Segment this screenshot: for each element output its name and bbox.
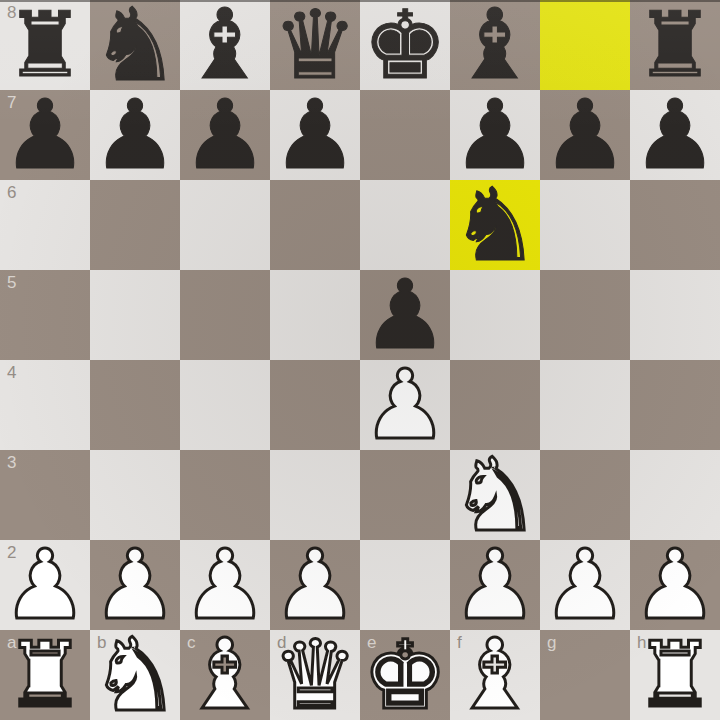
square-f6[interactable]: ♞: [450, 180, 540, 270]
square-a5[interactable]: 5: [0, 270, 90, 360]
piece-white-knight[interactable]: ♞: [450, 450, 540, 540]
piece-black-pawn[interactable]: ♟: [630, 90, 720, 180]
file-label-b: b: [97, 634, 106, 651]
square-c4[interactable]: [180, 360, 270, 450]
square-g6[interactable]: [540, 180, 630, 270]
rank-label-8: 8: [7, 4, 16, 21]
chess-board-wrap: 8♜♞♝♛♚♝♜7♟♟♟♟♟♟♟6♞5♟4♟3♞2♟♟♟♟♟♟♟a♜b♞c♝d♛…: [0, 0, 720, 720]
square-g5[interactable]: [540, 270, 630, 360]
square-g1[interactable]: g: [540, 630, 630, 720]
piece-black-pawn[interactable]: ♟: [360, 270, 450, 360]
piece-white-pawn[interactable]: ♟: [450, 540, 540, 630]
square-c7[interactable]: ♟: [180, 90, 270, 180]
chess-board: 8♜♞♝♛♚♝♜7♟♟♟♟♟♟♟6♞5♟4♟3♞2♟♟♟♟♟♟♟a♜b♞c♝d♛…: [0, 0, 720, 720]
piece-black-king[interactable]: ♚: [360, 0, 450, 90]
square-a4[interactable]: 4: [0, 360, 90, 450]
square-b8[interactable]: ♞: [90, 0, 180, 90]
square-b6[interactable]: [90, 180, 180, 270]
square-e6[interactable]: [360, 180, 450, 270]
square-h2[interactable]: ♟: [630, 540, 720, 630]
square-g7[interactable]: ♟: [540, 90, 630, 180]
square-f1[interactable]: f♝: [450, 630, 540, 720]
piece-white-pawn[interactable]: ♟: [540, 540, 630, 630]
square-h4[interactable]: [630, 360, 720, 450]
piece-black-queen[interactable]: ♛: [270, 0, 360, 90]
rank-label-6: 6: [7, 184, 16, 201]
square-d2[interactable]: ♟: [270, 540, 360, 630]
piece-black-bishop[interactable]: ♝: [450, 0, 540, 90]
square-h6[interactable]: [630, 180, 720, 270]
piece-black-knight[interactable]: ♞: [450, 180, 540, 270]
square-a8[interactable]: 8♜: [0, 0, 90, 90]
file-label-f: f: [457, 634, 462, 651]
rank-label-5: 5: [7, 274, 16, 291]
square-c1[interactable]: c♝: [180, 630, 270, 720]
piece-black-bishop[interactable]: ♝: [180, 0, 270, 90]
square-a7[interactable]: 7♟: [0, 90, 90, 180]
rank-label-7: 7: [7, 94, 16, 111]
square-e1[interactable]: e♚: [360, 630, 450, 720]
rank-label-4: 4: [7, 364, 16, 381]
square-c5[interactable]: [180, 270, 270, 360]
square-e3[interactable]: [360, 450, 450, 540]
square-h3[interactable]: [630, 450, 720, 540]
square-a6[interactable]: 6: [0, 180, 90, 270]
square-b5[interactable]: [90, 270, 180, 360]
piece-white-pawn[interactable]: ♟: [270, 540, 360, 630]
square-e2[interactable]: [360, 540, 450, 630]
square-d1[interactable]: d♛: [270, 630, 360, 720]
piece-white-pawn[interactable]: ♟: [360, 360, 450, 450]
square-h8[interactable]: ♜: [630, 0, 720, 90]
square-f2[interactable]: ♟: [450, 540, 540, 630]
file-label-h: h: [637, 634, 646, 651]
file-label-g: g: [547, 634, 556, 651]
square-f8[interactable]: ♝: [450, 0, 540, 90]
square-h1[interactable]: h♜: [630, 630, 720, 720]
rank-label-2: 2: [7, 544, 16, 561]
square-d8[interactable]: ♛: [270, 0, 360, 90]
square-c8[interactable]: ♝: [180, 0, 270, 90]
square-d5[interactable]: [270, 270, 360, 360]
file-label-e: e: [367, 634, 376, 651]
square-c3[interactable]: [180, 450, 270, 540]
square-a2[interactable]: 2♟: [0, 540, 90, 630]
square-b3[interactable]: [90, 450, 180, 540]
square-d7[interactable]: ♟: [270, 90, 360, 180]
piece-black-knight[interactable]: ♞: [90, 0, 180, 90]
file-label-c: c: [187, 634, 196, 651]
rank-label-3: 3: [7, 454, 16, 471]
square-g4[interactable]: [540, 360, 630, 450]
piece-black-pawn[interactable]: ♟: [90, 90, 180, 180]
square-d3[interactable]: [270, 450, 360, 540]
square-h7[interactable]: ♟: [630, 90, 720, 180]
square-a3[interactable]: 3: [0, 450, 90, 540]
square-c6[interactable]: [180, 180, 270, 270]
piece-white-bishop[interactable]: ♝: [450, 630, 540, 720]
square-g3[interactable]: [540, 450, 630, 540]
piece-black-pawn[interactable]: ♟: [180, 90, 270, 180]
square-b7[interactable]: ♟: [90, 90, 180, 180]
square-f3[interactable]: ♞: [450, 450, 540, 540]
square-e7[interactable]: [360, 90, 450, 180]
square-b4[interactable]: [90, 360, 180, 450]
square-d6[interactable]: [270, 180, 360, 270]
square-h5[interactable]: [630, 270, 720, 360]
piece-white-pawn[interactable]: ♟: [180, 540, 270, 630]
piece-black-rook[interactable]: ♜: [630, 0, 720, 90]
square-e8[interactable]: ♚: [360, 0, 450, 90]
piece-white-pawn[interactable]: ♟: [630, 540, 720, 630]
square-e5[interactable]: ♟: [360, 270, 450, 360]
square-d4[interactable]: [270, 360, 360, 450]
square-b1[interactable]: b♞: [90, 630, 180, 720]
square-c2[interactable]: ♟: [180, 540, 270, 630]
square-a1[interactable]: a♜: [0, 630, 90, 720]
piece-black-pawn[interactable]: ♟: [270, 90, 360, 180]
file-label-a: a: [7, 634, 16, 651]
file-label-d: d: [277, 634, 286, 651]
square-g8[interactable]: [540, 0, 630, 90]
square-g2[interactable]: ♟: [540, 540, 630, 630]
square-e4[interactable]: ♟: [360, 360, 450, 450]
piece-black-pawn[interactable]: ♟: [540, 90, 630, 180]
